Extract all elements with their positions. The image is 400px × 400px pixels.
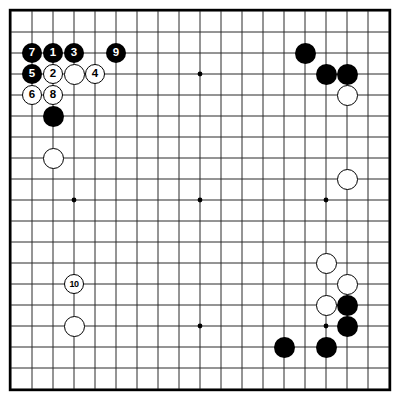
stone-white-dn: 10 xyxy=(64,274,84,294)
stone-black-qp xyxy=(337,316,358,337)
stone-white-ce: 8 xyxy=(43,85,63,105)
move-number-label: 2 xyxy=(50,68,56,80)
stone-black-cc: 1 xyxy=(43,43,63,63)
stone-white-qe xyxy=(337,85,358,106)
stone-white-pm xyxy=(316,253,337,274)
stone-white-be: 6 xyxy=(22,85,42,105)
stones-layer: 12345678910 xyxy=(1,1,400,400)
move-number-label: 7 xyxy=(29,47,35,59)
go-board: 12345678910 xyxy=(0,0,400,400)
move-number-label: 6 xyxy=(29,89,35,101)
stone-black-pq xyxy=(316,337,337,358)
stone-black-bc: 7 xyxy=(22,43,42,63)
move-number-label: 5 xyxy=(29,68,35,80)
stone-black-qd xyxy=(337,64,358,85)
stone-black-pd xyxy=(316,64,337,85)
stone-white-qi xyxy=(337,169,358,190)
move-number-label: 9 xyxy=(113,47,119,59)
stone-black-fc: 9 xyxy=(106,43,126,63)
stone-black-oc xyxy=(295,43,316,64)
move-number-label: 4 xyxy=(92,68,98,80)
stone-white-ed: 4 xyxy=(85,64,105,84)
move-number-label: 8 xyxy=(50,89,56,101)
go-diagram-page: 12345678910 xyxy=(0,0,400,400)
stone-white-po xyxy=(316,295,337,316)
stone-black-dc: 3 xyxy=(64,43,84,63)
stone-black-bd: 5 xyxy=(22,64,42,84)
move-number-label: 1 xyxy=(50,47,56,59)
stone-white-ch xyxy=(43,148,64,169)
stone-white-qn xyxy=(337,274,358,295)
move-number-label: 10 xyxy=(69,279,78,288)
stone-black-qo xyxy=(337,295,358,316)
move-number-label: 3 xyxy=(71,47,77,59)
stone-white-dp xyxy=(64,316,85,337)
stone-white-cd: 2 xyxy=(43,64,63,84)
stone-black-cf xyxy=(43,106,64,127)
stone-black-nq xyxy=(274,337,295,358)
stone-white-dd xyxy=(64,64,85,85)
